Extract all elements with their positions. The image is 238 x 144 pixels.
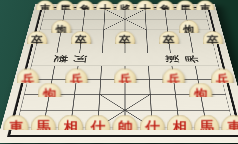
point-e3[interactable]: 兵 [113, 73, 138, 87]
point-d4[interactable] [89, 59, 113, 72]
point-f9[interactable]: 士 [135, 5, 156, 15]
point-d2[interactable] [86, 87, 112, 102]
piece-character: 馬 [36, 120, 51, 135]
piece-character: 卒 [31, 35, 43, 47]
piece-red-horse[interactable]: 馬 [31, 115, 56, 140]
point-h6[interactable] [179, 35, 203, 47]
point-g0[interactable]: 相 [165, 119, 194, 137]
piece-red-advisor[interactable]: 仕 [85, 115, 110, 140]
point-f8[interactable] [135, 14, 156, 24]
piece-character: 兵 [118, 73, 131, 86]
piece-red-elephant[interactable]: 相 [58, 115, 83, 140]
point-f4[interactable] [137, 59, 161, 72]
point-h7[interactable]: 炮 [177, 24, 200, 35]
point-i2[interactable] [212, 87, 238, 102]
piece-red-elephant[interactable]: 相 [167, 115, 192, 140]
point-g3[interactable]: 兵 [161, 73, 187, 87]
piece-character: 象 [80, 4, 91, 15]
point-b6[interactable] [47, 35, 71, 47]
point-b0[interactable]: 馬 [28, 119, 59, 137]
point-f7[interactable] [135, 24, 157, 35]
point-e6[interactable]: 卒 [114, 35, 136, 47]
point-b9[interactable]: 馬 [54, 5, 76, 15]
point-f6[interactable] [136, 35, 159, 47]
piece-character: 仕 [145, 120, 160, 135]
point-e0[interactable]: 帥 [111, 119, 139, 137]
point-a3[interactable]: 兵 [14, 73, 42, 87]
point-c8[interactable] [73, 14, 95, 24]
point-i6[interactable]: 卒 [201, 35, 226, 47]
piece-character: 車 [200, 4, 211, 15]
piece-character: 馬 [60, 4, 71, 15]
point-a6[interactable]: 卒 [25, 35, 50, 47]
point-c6[interactable]: 卒 [69, 35, 92, 47]
point-a5[interactable] [21, 47, 47, 59]
point-d7[interactable] [93, 24, 115, 35]
piece-character: 相 [172, 120, 187, 135]
point-b2[interactable]: 炮 [35, 87, 63, 102]
xiangqi-board: 楚河 漢界 車馬象士將士象馬車炮炮卒卒卒卒卒兵兵兵兵兵炮炮車馬相仕帥仕相馬車 [0, 4, 238, 143]
point-f5[interactable] [136, 47, 159, 59]
piece-character: 兵 [216, 73, 229, 86]
piece-character: 炮 [183, 24, 194, 35]
point-d9[interactable]: 士 [95, 5, 116, 15]
piece-character: 士 [140, 4, 151, 15]
piece-character: 相 [63, 120, 78, 135]
piece-character: 卒 [119, 35, 131, 47]
point-h0[interactable]: 馬 [192, 119, 223, 137]
piece-red-chariot[interactable]: 車 [3, 115, 28, 140]
point-c3[interactable]: 兵 [63, 73, 89, 87]
piece-character: 卒 [207, 35, 219, 47]
point-f3[interactable] [137, 73, 162, 87]
point-a8[interactable] [31, 14, 54, 24]
piece-character: 炮 [194, 88, 208, 102]
point-c2[interactable] [61, 87, 88, 102]
piece-red-horse[interactable]: 馬 [194, 115, 219, 140]
point-g6[interactable]: 卒 [157, 35, 180, 47]
point-a2[interactable] [9, 87, 38, 102]
point-i0[interactable]: 車 [218, 119, 238, 137]
point-b7[interactable]: 炮 [49, 24, 72, 35]
piece-character: 將 [120, 4, 131, 15]
point-h9[interactable]: 馬 [174, 5, 196, 15]
piece-character: 兵 [21, 73, 34, 86]
piece-character: 卒 [75, 35, 87, 47]
piece-character: 象 [160, 4, 171, 15]
point-e9[interactable]: 將 [115, 5, 135, 15]
point-d5[interactable] [90, 47, 113, 59]
piece-character: 車 [227, 120, 238, 135]
point-b5[interactable] [44, 47, 69, 59]
point-d0[interactable]: 仕 [83, 119, 111, 137]
piece-character: 炮 [55, 24, 66, 35]
point-e5[interactable] [113, 47, 136, 59]
point-i8[interactable] [196, 14, 219, 24]
piece-character: 車 [9, 120, 24, 135]
piece-character: 卒 [163, 35, 175, 47]
piece-character: 車 [40, 4, 51, 15]
point-c5[interactable] [67, 47, 91, 59]
point-f0[interactable]: 仕 [138, 119, 166, 137]
piece-character: 兵 [167, 73, 180, 86]
point-c0[interactable]: 相 [55, 119, 84, 137]
point-c9[interactable]: 象 [74, 5, 95, 15]
point-h4[interactable] [183, 59, 209, 72]
piece-character: 馬 [180, 4, 191, 15]
point-g2[interactable] [162, 87, 189, 102]
point-a0[interactable]: 車 [0, 119, 32, 137]
point-e8[interactable] [115, 14, 136, 24]
point-a9[interactable]: 車 [34, 5, 56, 15]
point-g5[interactable] [158, 47, 182, 59]
point-h2[interactable]: 炮 [187, 87, 215, 102]
piece-character: 馬 [199, 120, 214, 135]
piece-red-general[interactable]: 帥 [112, 115, 137, 140]
piece-character: 炮 [43, 88, 57, 102]
point-d6[interactable] [92, 35, 115, 47]
piece-character: 兵 [70, 73, 83, 86]
point-i5[interactable] [203, 47, 229, 59]
point-g8[interactable] [155, 14, 177, 24]
piece-red-advisor[interactable]: 仕 [140, 115, 165, 140]
piece-character: 士 [100, 4, 111, 15]
point-g9[interactable]: 象 [155, 5, 176, 15]
piece-character: 仕 [90, 120, 105, 135]
point-i9[interactable]: 車 [194, 5, 216, 15]
point-f2[interactable] [137, 87, 163, 102]
point-b4[interactable] [41, 59, 67, 72]
point-d3[interactable] [88, 73, 113, 87]
point-h5[interactable] [181, 47, 206, 59]
point-e2[interactable] [112, 87, 138, 102]
point-i3[interactable]: 兵 [209, 73, 237, 87]
point-d8[interactable] [94, 14, 115, 24]
board-points: 車馬象士將士象馬車炮炮卒卒卒卒卒兵兵兵兵兵炮炮車馬相仕帥仕相馬車 [0, 5, 238, 137]
table-felt: 楚河 漢界 車馬象士將士象馬車炮炮卒卒卒卒卒兵兵兵兵兵炮炮車馬相仕帥仕相馬車 [0, 0, 238, 144]
piece-character: 帥 [118, 120, 133, 135]
piece-red-chariot[interactable]: 車 [221, 115, 238, 140]
